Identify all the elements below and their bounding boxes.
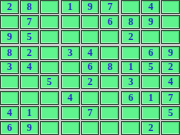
sudoku-cell-r3c6[interactable] (100, 30, 119, 44)
sudoku-cell-r5c9[interactable]: 2 (161, 61, 180, 75)
sudoku-cell-r9c3[interactable] (40, 121, 59, 135)
sudoku-cell-r2c6[interactable]: 6 (100, 15, 119, 29)
sudoku-cell-r8c8[interactable] (141, 106, 160, 120)
sudoku-cell-r3c2[interactable]: 5 (20, 30, 39, 44)
sudoku-cell-r9c4[interactable] (61, 121, 80, 135)
sudoku-cell-r7c4[interactable]: 4 (61, 91, 80, 105)
sudoku-cell-r2c2[interactable]: 7 (20, 15, 39, 29)
sudoku-cell-r6c9[interactable]: 4 (161, 75, 180, 89)
sudoku-cell-r5c7[interactable]: 1 (121, 61, 140, 75)
sudoku-cell-r7c3[interactable] (40, 91, 59, 105)
sudoku-box-8: 47 (61, 91, 120, 135)
sudoku-board: 2879519764892823453468269152344169476175… (0, 0, 180, 135)
sudoku-cell-r1c1[interactable]: 2 (0, 0, 19, 14)
sudoku-cell-r5c8[interactable]: 5 (141, 61, 160, 75)
sudoku-box-6: 6915234 (121, 46, 180, 90)
sudoku-cell-r4c8[interactable]: 6 (141, 46, 160, 60)
sudoku-cell-r5c4[interactable] (61, 61, 80, 75)
sudoku-cell-r4c5[interactable]: 4 (81, 46, 100, 60)
sudoku-cell-r8c1[interactable]: 4 (0, 106, 19, 120)
sudoku-cell-r2c5[interactable] (81, 15, 100, 29)
sudoku-cell-r1c8[interactable]: 4 (141, 0, 160, 14)
sudoku-box-7: 4169 (0, 91, 59, 135)
sudoku-cell-r4c2[interactable]: 2 (20, 46, 39, 60)
sudoku-box-9: 61752 (121, 91, 180, 135)
sudoku-cell-r4c1[interactable]: 8 (0, 46, 19, 60)
sudoku-cell-r8c2[interactable]: 1 (20, 106, 39, 120)
sudoku-cell-r9c8[interactable]: 2 (141, 121, 160, 135)
sudoku-cell-r9c2[interactable]: 9 (20, 121, 39, 135)
sudoku-cell-r7c6[interactable] (100, 91, 119, 105)
sudoku-cell-r6c6[interactable] (100, 75, 119, 89)
sudoku-cell-r7c7[interactable]: 6 (121, 91, 140, 105)
sudoku-cell-r4c3[interactable] (40, 46, 59, 60)
sudoku-cell-r6c4[interactable] (61, 75, 80, 89)
sudoku-box-5: 34682 (61, 46, 120, 90)
sudoku-cell-r3c4[interactable] (61, 30, 80, 44)
sudoku-cell-r2c4[interactable] (61, 15, 80, 29)
sudoku-cell-r9c7[interactable] (121, 121, 140, 135)
sudoku-cell-r9c9[interactable] (161, 121, 180, 135)
sudoku-cell-r6c2[interactable] (20, 75, 39, 89)
sudoku-cell-r7c2[interactable] (20, 91, 39, 105)
sudoku-cell-r2c1[interactable] (0, 15, 19, 29)
sudoku-cell-r3c5[interactable] (81, 30, 100, 44)
sudoku-cell-r7c5[interactable] (81, 91, 100, 105)
sudoku-cell-r5c2[interactable]: 4 (20, 61, 39, 75)
sudoku-cell-r4c9[interactable]: 9 (161, 46, 180, 60)
sudoku-cell-r2c8[interactable]: 9 (141, 15, 160, 29)
sudoku-cell-r5c6[interactable]: 8 (100, 61, 119, 75)
sudoku-cell-r4c4[interactable]: 3 (61, 46, 80, 60)
sudoku-cell-r1c4[interactable]: 1 (61, 0, 80, 14)
sudoku-cell-r2c7[interactable]: 8 (121, 15, 140, 29)
sudoku-cell-r2c9[interactable] (161, 15, 180, 29)
sudoku-cell-r3c3[interactable] (40, 30, 59, 44)
sudoku-cell-r8c6[interactable] (100, 106, 119, 120)
sudoku-cell-r2c3[interactable] (40, 15, 59, 29)
sudoku-cell-r1c2[interactable]: 8 (20, 0, 39, 14)
sudoku-box-1: 28795 (0, 0, 59, 44)
sudoku-cell-r5c3[interactable] (40, 61, 59, 75)
sudoku-cell-r3c1[interactable]: 9 (0, 30, 19, 44)
sudoku-cell-r7c9[interactable]: 7 (161, 91, 180, 105)
sudoku-cell-r9c1[interactable]: 6 (0, 121, 19, 135)
sudoku-cell-r8c4[interactable] (61, 106, 80, 120)
sudoku-cell-r1c7[interactable] (121, 0, 140, 14)
sudoku-cell-r4c6[interactable] (100, 46, 119, 60)
sudoku-cell-r1c9[interactable] (161, 0, 180, 14)
sudoku-cell-r4c7[interactable] (121, 46, 140, 60)
sudoku-cell-r1c6[interactable]: 7 (100, 0, 119, 14)
sudoku-cell-r8c9[interactable]: 5 (161, 106, 180, 120)
sudoku-cell-r6c5[interactable]: 2 (81, 75, 100, 89)
sudoku-cell-r8c5[interactable]: 7 (81, 106, 100, 120)
sudoku-cell-r9c5[interactable] (81, 121, 100, 135)
sudoku-cell-r6c3[interactable]: 5 (40, 75, 59, 89)
sudoku-cell-r5c1[interactable]: 3 (0, 61, 19, 75)
sudoku-cell-r1c5[interactable]: 9 (81, 0, 100, 14)
sudoku-box-3: 4892 (121, 0, 180, 44)
sudoku-cell-r3c8[interactable] (141, 30, 160, 44)
sudoku-cell-r5c5[interactable]: 6 (81, 61, 100, 75)
sudoku-box-2: 1976 (61, 0, 120, 44)
sudoku-cell-r3c7[interactable]: 2 (121, 30, 140, 44)
sudoku-cell-r1c3[interactable] (40, 0, 59, 14)
sudoku-cell-r9c6[interactable] (100, 121, 119, 135)
sudoku-cell-r6c1[interactable] (0, 75, 19, 89)
sudoku-cell-r8c3[interactable] (40, 106, 59, 120)
sudoku-cell-r6c7[interactable]: 3 (121, 75, 140, 89)
sudoku-box-4: 82345 (0, 46, 59, 90)
sudoku-cell-r6c8[interactable] (141, 75, 160, 89)
sudoku-cell-r3c9[interactable] (161, 30, 180, 44)
sudoku-cell-r8c7[interactable] (121, 106, 140, 120)
sudoku-cell-r7c8[interactable]: 1 (141, 91, 160, 105)
sudoku-cell-r7c1[interactable] (0, 91, 19, 105)
